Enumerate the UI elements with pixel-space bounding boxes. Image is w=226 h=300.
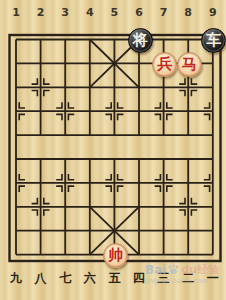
black-chariot-piece[interactable]: 车: [201, 28, 226, 53]
file-label-top-4: 4: [80, 6, 100, 20]
red-horse-piece[interactable]: 马: [177, 52, 202, 77]
rank-label-bottom-4: 六: [80, 271, 100, 286]
file-label-top-6: 6: [129, 6, 149, 20]
file-label-top-7: 7: [154, 6, 174, 20]
rank-label-bottom-9: 一: [203, 271, 223, 286]
rank-label-bottom-3: 七: [55, 271, 75, 286]
xiangqi-board-screenshot: 123456789 将车兵马帅 九八七六五四三二一 Bai du经验 jingy…: [0, 0, 226, 300]
rank-label-bottom-1: 九: [6, 271, 26, 286]
rank-label-bottom-6: 四: [129, 271, 149, 286]
file-label-top-9: 9: [203, 6, 223, 20]
rank-label-bottom-8: 二: [178, 271, 198, 286]
file-label-top-3: 3: [55, 6, 75, 20]
rank-label-bottom-7: 三: [154, 271, 174, 286]
file-label-top-5: 5: [104, 6, 124, 20]
red-soldier-piece[interactable]: 兵: [152, 52, 177, 77]
black-general-piece[interactable]: 将: [128, 28, 153, 53]
rank-label-bottom-2: 八: [31, 271, 51, 286]
file-label-top-2: 2: [31, 6, 51, 20]
rank-label-bottom-5: 五: [104, 271, 124, 286]
file-label-top-1: 1: [6, 6, 26, 20]
red-general-piece[interactable]: 帅: [103, 243, 128, 268]
file-label-top-8: 8: [178, 6, 198, 20]
